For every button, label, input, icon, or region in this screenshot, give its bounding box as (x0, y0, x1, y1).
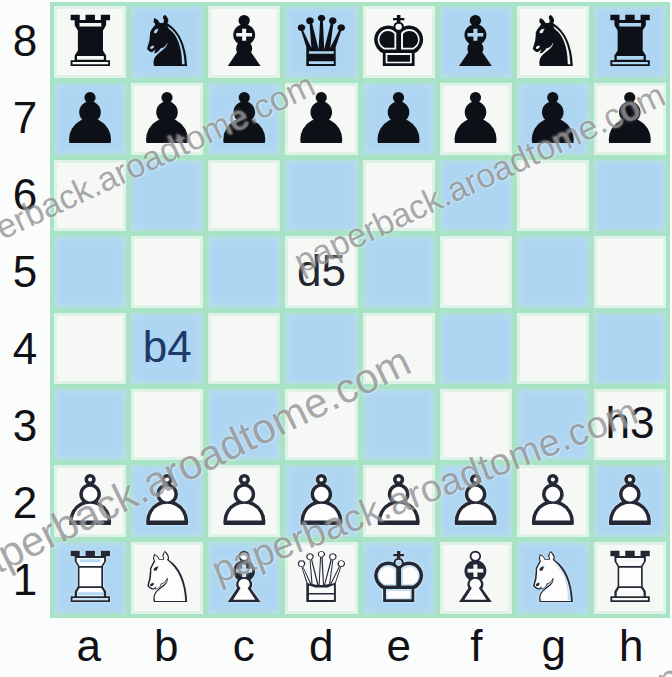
square-g2[interactable]: ♟♙ (517, 465, 589, 537)
square-h1[interactable]: ♜♖ (594, 542, 666, 614)
square-e5[interactable] (363, 236, 435, 307)
square-b8[interactable]: ♞ (131, 6, 203, 78)
square-b2[interactable]: ♟♙ (131, 465, 203, 537)
square-a6[interactable] (54, 160, 126, 231)
black-queen-d8[interactable]: ♛ (290, 6, 353, 78)
square-c6[interactable] (208, 160, 280, 231)
square-g4[interactable] (517, 313, 589, 384)
square-e4[interactable] (363, 313, 435, 384)
square-g3[interactable] (517, 389, 589, 460)
black-king-e8[interactable]: ♚ (367, 6, 430, 78)
square-f8[interactable]: ♝ (440, 6, 512, 78)
black-pawn-g7[interactable]: ♟ (521, 83, 584, 155)
square-d1[interactable]: ♛♕ (285, 542, 357, 614)
square-e1[interactable]: ♚♔ (363, 542, 435, 614)
white-pawn-c2[interactable]: ♟♙ (213, 465, 276, 537)
square-d7[interactable]: ♟ (285, 83, 357, 155)
square-c7[interactable]: ♟ (208, 83, 280, 155)
square-h7[interactable]: ♟ (594, 83, 666, 155)
white-pawn-g2[interactable]: ♟♙ (521, 465, 584, 537)
square-h6[interactable] (594, 160, 666, 231)
square-a2[interactable]: ♟♙ (54, 465, 126, 537)
square-c1[interactable]: ♝♗ (208, 542, 280, 614)
square-a1[interactable]: ♜♖ (54, 542, 126, 614)
black-knight-b8[interactable]: ♞ (136, 6, 199, 78)
rank-label-8: 8 (0, 2, 50, 79)
rank-label-6: 6 (0, 156, 50, 233)
white-rook-a1[interactable]: ♜♖ (59, 542, 122, 614)
white-rook-h1[interactable]: ♜♖ (599, 542, 662, 614)
black-knight-g8[interactable]: ♞ (521, 6, 584, 78)
rank-label-2: 2 (0, 464, 50, 541)
black-rook-a8[interactable]: ♜ (59, 6, 122, 78)
white-pawn-f2[interactable]: ♟♙ (444, 465, 507, 537)
square-d6[interactable] (285, 160, 357, 231)
square-g5[interactable] (517, 236, 589, 307)
square-h2[interactable]: ♟♙ (594, 465, 666, 537)
square-g6[interactable] (517, 160, 589, 231)
square-a7[interactable]: ♟ (54, 83, 126, 155)
square-f1[interactable]: ♝♗ (440, 542, 512, 614)
white-knight-b1[interactable]: ♞♘ (136, 542, 199, 614)
square-b6[interactable] (131, 160, 203, 231)
black-pawn-d7[interactable]: ♟ (290, 83, 353, 155)
square-e3[interactable] (363, 389, 435, 460)
square-e7[interactable]: ♟ (363, 83, 435, 155)
black-bishop-f8[interactable]: ♝ (444, 6, 507, 78)
square-g1[interactable]: ♞♘ (517, 542, 589, 614)
square-a8[interactable]: ♜ (54, 6, 126, 78)
black-pawn-h7[interactable]: ♟ (599, 83, 662, 155)
square-f4[interactable] (440, 313, 512, 384)
black-pawn-f7[interactable]: ♟ (444, 83, 507, 155)
square-f6[interactable] (440, 160, 512, 231)
annotation-d5: d5 (297, 249, 346, 293)
square-d8[interactable]: ♛ (285, 6, 357, 78)
square-h4[interactable] (594, 313, 666, 384)
rank-label-7: 7 (0, 79, 50, 156)
square-h5[interactable] (594, 236, 666, 307)
file-label-g: g (515, 618, 593, 674)
file-label-e: e (360, 618, 438, 674)
white-knight-g1[interactable]: ♞♘ (521, 542, 584, 614)
square-f2[interactable]: ♟♙ (440, 465, 512, 537)
square-b5[interactable] (131, 236, 203, 307)
white-bishop-f1[interactable]: ♝♗ (444, 542, 507, 614)
square-b3[interactable] (131, 389, 203, 460)
square-e6[interactable] (363, 160, 435, 231)
black-pawn-a7[interactable]: ♟ (59, 83, 122, 155)
file-label-d: d (283, 618, 361, 674)
black-pawn-e7[interactable]: ♟ (367, 83, 430, 155)
square-c8[interactable]: ♝ (208, 6, 280, 78)
white-pawn-b2[interactable]: ♟♙ (136, 465, 199, 537)
square-a3[interactable] (54, 389, 126, 460)
file-label-h: h (593, 618, 671, 674)
white-pawn-a2[interactable]: ♟♙ (59, 465, 122, 537)
rank-label-3: 3 (0, 387, 50, 464)
square-b7[interactable]: ♟ (131, 83, 203, 155)
square-f7[interactable]: ♟ (440, 83, 512, 155)
rank-label-5: 5 (0, 233, 50, 310)
file-label-a: a (50, 618, 128, 674)
white-queen-d1[interactable]: ♛♕ (290, 542, 353, 614)
square-h3[interactable]: h3 (594, 389, 666, 460)
square-d5[interactable]: d5 (285, 236, 357, 307)
square-e8[interactable]: ♚ (363, 6, 435, 78)
square-g8[interactable]: ♞ (517, 6, 589, 78)
rank-labels: 87654321 (0, 2, 50, 618)
white-pawn-d2[interactable]: ♟♙ (290, 465, 353, 537)
square-d4[interactable] (285, 313, 357, 384)
square-b1[interactable]: ♞♘ (131, 542, 203, 614)
white-bishop-c1[interactable]: ♝♗ (213, 542, 276, 614)
white-pawn-h2[interactable]: ♟♙ (599, 465, 662, 537)
square-g7[interactable]: ♟ (517, 83, 589, 155)
annotation-h3: h3 (605, 401, 654, 445)
square-b4[interactable]: b4 (131, 313, 203, 384)
file-label-f: f (438, 618, 516, 674)
square-a5[interactable] (54, 236, 126, 307)
file-label-c: c (205, 618, 283, 674)
black-rook-h8[interactable]: ♜ (599, 6, 662, 78)
file-label-b: b (128, 618, 206, 674)
chess-board: ♜♞♝♛♚♝♞♜♟♟♟♟♟♟♟♟d5b4h3♟♙♟♙♟♙♟♙♟♙♟♙♟♙♟♙♜♖… (50, 2, 670, 618)
black-bishop-c8[interactable]: ♝ (213, 6, 276, 78)
black-pawn-b7[interactable]: ♟ (136, 83, 199, 155)
square-f5[interactable] (440, 236, 512, 307)
square-c2[interactable]: ♟♙ (208, 465, 280, 537)
annotation-b4: b4 (143, 325, 192, 369)
file-labels: abcdefgh (50, 618, 670, 674)
rank-label-4: 4 (0, 310, 50, 387)
square-c5[interactable] (208, 236, 280, 307)
rank-label-1: 1 (0, 541, 50, 618)
chess-diagram: 87654321 ♜♞♝♛♚♝♞♜♟♟♟♟♟♟♟♟d5b4h3♟♙♟♙♟♙♟♙♟… (0, 0, 672, 677)
square-d3[interactable] (285, 389, 357, 460)
black-pawn-c7[interactable]: ♟ (213, 83, 276, 155)
square-c4[interactable] (208, 313, 280, 384)
square-h8[interactable]: ♜ (594, 6, 666, 78)
white-pawn-e2[interactable]: ♟♙ (367, 465, 430, 537)
white-king-e1[interactable]: ♚♔ (367, 542, 430, 614)
square-d2[interactable]: ♟♙ (285, 465, 357, 537)
square-a4[interactable] (54, 313, 126, 384)
square-e2[interactable]: ♟♙ (363, 465, 435, 537)
square-f3[interactable] (440, 389, 512, 460)
square-c3[interactable] (208, 389, 280, 460)
